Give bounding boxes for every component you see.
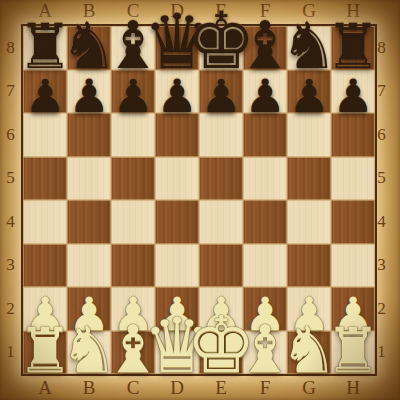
piece-cell-f7: ♟ — [243, 70, 287, 114]
rank-label-right-5: 5 — [374, 157, 389, 201]
rank-label-left-3: 3 — [0, 244, 21, 288]
piece-cell-e7: ♟ — [199, 70, 243, 114]
piece-cell-g7: ♟ — [287, 70, 331, 114]
piece-cell-d7: ♟ — [155, 70, 199, 114]
rank-label-left-4: 4 — [0, 200, 21, 244]
black-pawn-g7[interactable]: ♟ — [288, 73, 329, 119]
black-pawn-f7[interactable]: ♟ — [244, 73, 285, 119]
piece-cell-h7: ♟ — [331, 70, 375, 114]
black-pawn-e7[interactable]: ♟ — [200, 73, 241, 119]
piece-cell-c7: ♟ — [111, 70, 155, 114]
white-rook-h1[interactable]: ♜ — [325, 320, 381, 382]
rank-label-right-4: 4 — [374, 200, 389, 244]
black-pawn-c7[interactable]: ♟ — [112, 73, 153, 119]
chess-board-app: ABCDEFGH 87654321 87654321 ABCDEFGH ♜♞♝♛… — [0, 0, 400, 400]
rank-label-left-6: 6 — [0, 113, 21, 157]
rank-label-right-3: 3 — [374, 244, 389, 288]
rank-label-right-6: 6 — [374, 113, 389, 157]
black-pawn-d7[interactable]: ♟ — [156, 73, 197, 119]
black-pawn-h7[interactable]: ♟ — [332, 73, 373, 119]
black-pawn-b7[interactable]: ♟ — [68, 73, 109, 119]
piece-cell-b7: ♟ — [67, 70, 111, 114]
black-pawn-a7[interactable]: ♟ — [24, 73, 65, 119]
piece-cell-a7: ♟ — [23, 70, 67, 114]
piece-cell-h8: ♜ — [331, 26, 375, 70]
rank-label-left-5: 5 — [0, 157, 21, 201]
pieces-layer: ♜♞♝♛♚♝♞♜♟♟♟♟♟♟♟♟♟♟♟♟♟♟♟♟♜♞♝♛♚♝♞♜ — [23, 26, 375, 374]
piece-cell-h1: ♜ — [331, 331, 375, 375]
